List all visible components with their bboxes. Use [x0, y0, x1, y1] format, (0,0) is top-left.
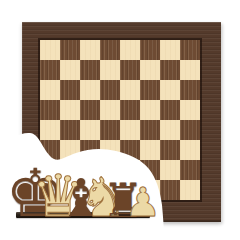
- square-e7: [120, 60, 140, 80]
- square-g1: [160, 180, 180, 200]
- square-h1: [180, 180, 200, 200]
- square-g7: [160, 60, 180, 80]
- square-c8: [80, 40, 100, 60]
- square-g4: [160, 120, 180, 140]
- square-a5: [40, 100, 60, 120]
- square-b7: [60, 60, 80, 80]
- square-a6: [40, 80, 60, 100]
- square-f8: [140, 40, 160, 60]
- square-g2: [160, 160, 180, 180]
- square-d5: [100, 100, 120, 120]
- square-f6: [140, 80, 160, 100]
- product-photo: ♚♛♝♞♜♟: [0, 0, 240, 240]
- square-h7: [180, 60, 200, 80]
- square-h4: [180, 120, 200, 140]
- square-d4: [100, 120, 120, 140]
- square-d7: [100, 60, 120, 80]
- square-e6: [120, 80, 140, 100]
- square-f3: [140, 140, 160, 160]
- square-e5: [120, 100, 140, 120]
- square-f5: [140, 100, 160, 120]
- square-c7: [80, 60, 100, 80]
- square-g3: [160, 140, 180, 160]
- square-b6: [60, 80, 80, 100]
- square-e8: [120, 40, 140, 60]
- piece-pawn: ♟: [125, 182, 161, 222]
- square-b8: [60, 40, 80, 60]
- square-g6: [160, 80, 180, 100]
- square-h8: [180, 40, 200, 60]
- square-e4: [120, 120, 140, 140]
- square-b5: [60, 100, 80, 120]
- square-f7: [140, 60, 160, 80]
- square-e3: [120, 140, 140, 160]
- square-c6: [80, 80, 100, 100]
- square-c3: [80, 140, 100, 160]
- square-d8: [100, 40, 120, 60]
- square-f4: [140, 120, 160, 140]
- square-a4: [40, 120, 60, 140]
- square-c5: [80, 100, 100, 120]
- square-d6: [100, 80, 120, 100]
- square-d3: [100, 140, 120, 160]
- square-h5: [180, 100, 200, 120]
- square-c4: [80, 120, 100, 140]
- square-g5: [160, 100, 180, 120]
- square-h6: [180, 80, 200, 100]
- square-h2: [180, 160, 200, 180]
- square-a7: [40, 60, 60, 80]
- square-h3: [180, 140, 200, 160]
- square-b4: [60, 120, 80, 140]
- square-g8: [160, 40, 180, 60]
- square-a8: [40, 40, 60, 60]
